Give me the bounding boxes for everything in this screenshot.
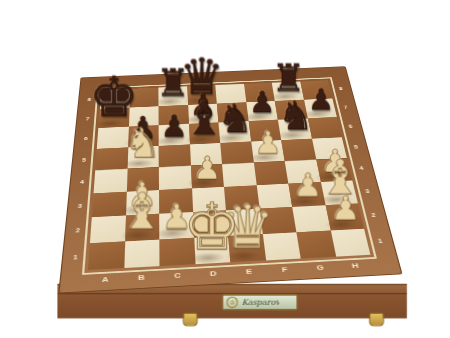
piece-white-pawn-f5[interactable]: ♟ [255,129,283,157]
square-g5[interactable] [281,138,316,161]
rank-label-2: 2 [67,217,89,244]
piece-white-bishop-b2[interactable]: ♝ [120,188,165,234]
chess-board: ♜♛♜♚♟♟♟♟♟♝♞♞♞♟♟♟♟♟♝♝♟♟♚♛ ABCDEFGH 123456… [58,66,402,293]
rank-label-6: 6 [340,116,362,137]
rank-label-1: 1 [367,227,393,254]
square-e5[interactable] [220,141,253,164]
piece-white-king-d1[interactable]: ♚ [183,198,241,258]
plaque-label: Kasparov [242,298,280,307]
brass-clasp-left [183,313,198,327]
piece-black-rook-g8[interactable]: ♜ [272,61,306,96]
rank-label-5: 5 [74,149,94,172]
piece-black-knight-g6[interactable]: ♞ [278,98,313,134]
square-h1[interactable] [330,228,370,256]
file-label-d: D [195,265,232,283]
file-label-g: G [301,259,339,277]
square-b2[interactable]: ♝ [125,214,160,241]
brass-clasp-right [369,313,384,327]
piece-white-pawn-d4[interactable]: ♟ [193,153,221,182]
chess-set-photo: ♜♛♜♚♟♟♟♟♟♝♞♞♞♟♟♟♟♟♝♝♟♟♚♛ ABCDEFGH 123456… [0,0,450,338]
square-c8[interactable]: ♜ [158,86,187,106]
square-a1[interactable] [88,241,125,270]
square-f4[interactable] [253,161,288,185]
rank-label-1: 1 [64,243,87,271]
square-c5[interactable] [159,144,191,167]
rank-label-6: 6 [76,128,95,149]
file-label-a: A [87,271,124,289]
board-wooden-frame: ♜♛♜♚♟♟♟♟♟♝♞♞♞♟♟♟♟♟♝♝♟♟♚♛ ABCDEFGH 123456… [58,66,402,293]
square-h2[interactable]: ♟ [325,204,364,231]
board-grid: ♜♛♜♚♟♟♟♟♟♝♞♞♞♟♟♟♟♟♝♝♟♟♚♛ [88,80,370,270]
square-b1[interactable] [124,239,160,268]
square-c6[interactable]: ♟ [159,124,190,146]
square-b5[interactable]: ♞ [127,146,159,169]
file-label-f: F [266,261,304,279]
square-d1[interactable]: ♚ [194,236,231,265]
square-d4[interactable]: ♟ [190,164,223,188]
square-g6[interactable]: ♞ [278,118,312,139]
piece-white-knight-b5[interactable]: ♞ [125,125,162,163]
piece-black-pawn-c6[interactable]: ♟ [161,113,188,141]
rank-label-3: 3 [69,193,90,218]
plaque-crest-icon: ♔ [227,297,239,309]
rank-label-4: 4 [72,170,93,194]
square-g1[interactable] [296,230,335,258]
square-f5[interactable]: ♟ [251,140,285,163]
square-a5[interactable] [95,147,128,170]
square-g2[interactable] [292,205,330,232]
piece-black-pawn-f7[interactable]: ♟ [249,89,275,116]
square-g3[interactable]: ♟ [288,182,325,207]
piece-black-bishop-d6[interactable]: ♝ [185,98,225,139]
piece-white-pawn-h2[interactable]: ♟ [331,193,361,224]
piece-white-pawn-g3[interactable]: ♟ [293,171,322,201]
file-label-h: H [336,257,375,275]
scene-3d: ♜♛♜♚♟♟♟♟♟♝♞♞♞♟♟♟♟♟♝♝♟♟♚♛ ABCDEFGH 123456… [0,0,450,338]
rank-label-7: 7 [335,97,356,117]
brass-plaque: ♔ Kasparov [222,294,298,310]
square-e4[interactable] [222,162,256,186]
square-d6[interactable]: ♝ [189,123,221,145]
